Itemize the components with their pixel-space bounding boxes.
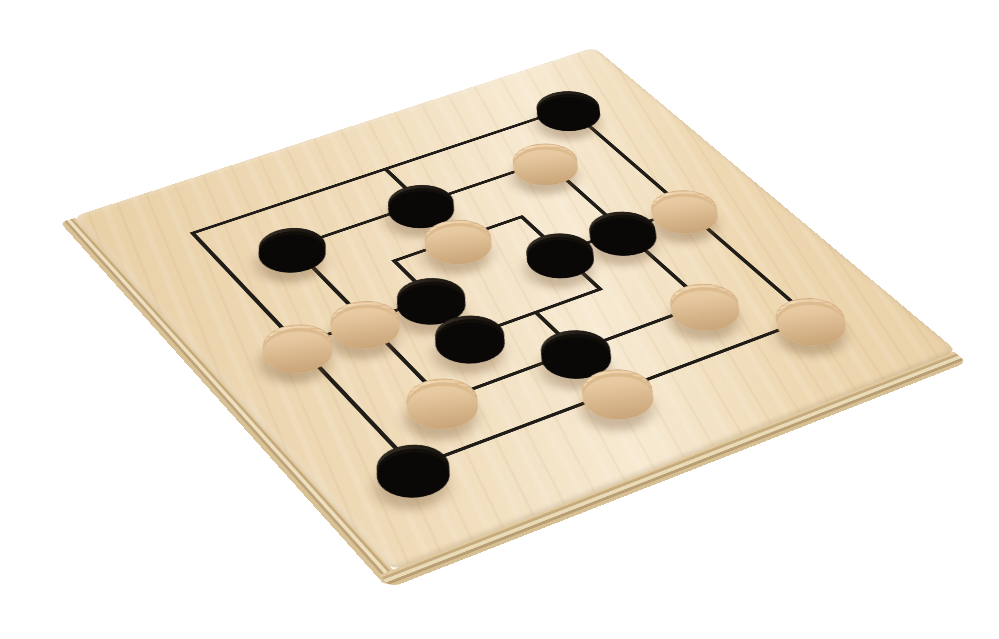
point-b2[interactable]: ○ bbox=[388, 367, 496, 433]
white-piece-f2[interactable]: ○ bbox=[657, 276, 752, 331]
photo-background: ●●●○○○○●●●○●○●○●○○ bbox=[0, 0, 999, 639]
point-f6[interactable]: ○ bbox=[496, 134, 595, 188]
black-piece-b6[interactable]: ● bbox=[247, 221, 338, 273]
point-f2[interactable]: ○ bbox=[652, 273, 757, 334]
white-piece-f6[interactable]: ○ bbox=[501, 137, 590, 186]
white-piece-b2[interactable]: ○ bbox=[394, 371, 491, 430]
point-b6[interactable]: ● bbox=[242, 218, 343, 276]
morris-board: ●●●○○○○●●●○●○●○●○○ bbox=[73, 47, 957, 570]
